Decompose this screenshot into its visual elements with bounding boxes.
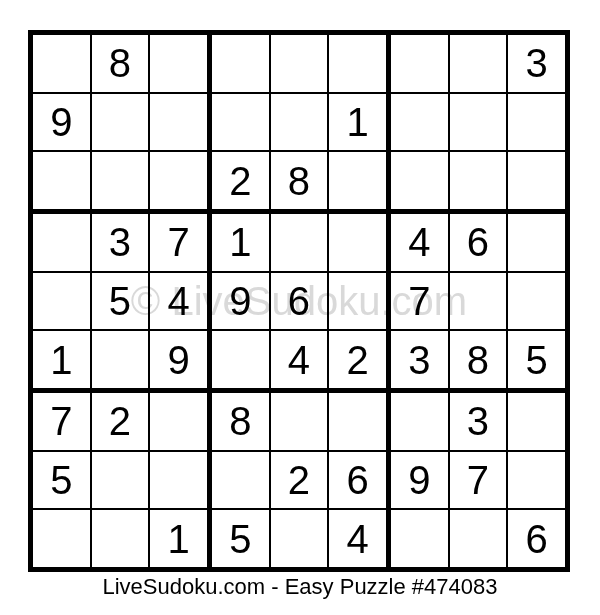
cell-r1c6[interactable] — [329, 35, 386, 92]
cell-r8c9[interactable] — [508, 452, 565, 509]
cell-r1c1[interactable] — [33, 35, 90, 92]
cell-r6c8[interactable]: 8 — [450, 331, 507, 388]
cell-r2c4[interactable] — [212, 94, 269, 151]
cell-r1c3[interactable] — [150, 35, 207, 92]
cell-r9c3[interactable]: 1 — [150, 510, 207, 567]
cell-r9c8[interactable] — [450, 510, 507, 567]
cell-r8c4[interactable] — [212, 452, 269, 509]
cell-r5c9[interactable] — [508, 273, 565, 330]
cell-r3c4[interactable]: 2 — [212, 152, 269, 209]
cell-r9c5[interactable] — [271, 510, 328, 567]
cell-r8c5[interactable]: 2 — [271, 452, 328, 509]
box-2-3: 467385 — [391, 214, 565, 388]
cell-r7c4[interactable]: 8 — [212, 393, 269, 450]
cell-r3c9[interactable] — [508, 152, 565, 209]
cell-r9c1[interactable] — [33, 510, 90, 567]
cell-r7c6[interactable] — [329, 393, 386, 450]
sudoku-board: © LiveSudoku.com 89128337541919642467385… — [28, 30, 570, 572]
box-1-2: 128 — [212, 35, 386, 209]
cell-r3c5[interactable]: 8 — [271, 152, 328, 209]
cell-r3c3[interactable] — [150, 152, 207, 209]
caption: LiveSudoku.com - Easy Puzzle #474083 — [0, 574, 600, 600]
cell-r5c3[interactable]: 4 — [150, 273, 207, 330]
cell-r8c7[interactable]: 9 — [391, 452, 448, 509]
box-3-1: 7251 — [33, 393, 207, 567]
cell-r2c2[interactable] — [92, 94, 149, 151]
cell-r4c2[interactable]: 3 — [92, 214, 149, 271]
cell-r9c9[interactable]: 6 — [508, 510, 565, 567]
cell-r2c5[interactable] — [271, 94, 328, 151]
cell-r1c5[interactable] — [271, 35, 328, 92]
cell-r4c9[interactable] — [508, 214, 565, 271]
cell-r5c1[interactable] — [33, 273, 90, 330]
cell-r3c2[interactable] — [92, 152, 149, 209]
cell-r8c2[interactable] — [92, 452, 149, 509]
box-2-1: 375419 — [33, 214, 207, 388]
cell-r5c6[interactable] — [329, 273, 386, 330]
cell-r3c6[interactable] — [329, 152, 386, 209]
cell-r1c8[interactable] — [450, 35, 507, 92]
cell-r8c1[interactable]: 5 — [33, 452, 90, 509]
cell-r7c9[interactable] — [508, 393, 565, 450]
cell-r7c8[interactable]: 3 — [450, 393, 507, 450]
cell-r1c4[interactable] — [212, 35, 269, 92]
cell-r8c6[interactable]: 6 — [329, 452, 386, 509]
cell-r4c8[interactable]: 6 — [450, 214, 507, 271]
cell-r5c8[interactable] — [450, 273, 507, 330]
cell-r8c3[interactable] — [150, 452, 207, 509]
cell-r4c3[interactable]: 7 — [150, 214, 207, 271]
cell-r6c6[interactable]: 2 — [329, 331, 386, 388]
cell-r7c3[interactable] — [150, 393, 207, 450]
cell-r3c8[interactable] — [450, 152, 507, 209]
cell-r4c5[interactable] — [271, 214, 328, 271]
cell-r2c3[interactable] — [150, 94, 207, 151]
cell-r6c5[interactable]: 4 — [271, 331, 328, 388]
cell-r9c4[interactable]: 5 — [212, 510, 269, 567]
cell-r1c7[interactable] — [391, 35, 448, 92]
cell-r7c1[interactable]: 7 — [33, 393, 90, 450]
cell-r5c7[interactable]: 7 — [391, 273, 448, 330]
cell-r2c6[interactable]: 1 — [329, 94, 386, 151]
box-1-1: 89 — [33, 35, 207, 209]
cell-r1c9[interactable]: 3 — [508, 35, 565, 92]
cell-r3c1[interactable] — [33, 152, 90, 209]
cell-r4c4[interactable]: 1 — [212, 214, 269, 271]
cell-r6c4[interactable] — [212, 331, 269, 388]
box-2-2: 19642 — [212, 214, 386, 388]
cell-r6c7[interactable]: 3 — [391, 331, 448, 388]
cell-r4c7[interactable]: 4 — [391, 214, 448, 271]
cell-r3c7[interactable] — [391, 152, 448, 209]
cell-r2c8[interactable] — [450, 94, 507, 151]
cell-r9c7[interactable] — [391, 510, 448, 567]
cell-r6c2[interactable] — [92, 331, 149, 388]
box-3-2: 82654 — [212, 393, 386, 567]
cell-r5c4[interactable]: 9 — [212, 273, 269, 330]
cell-r4c6[interactable] — [329, 214, 386, 271]
cell-r1c2[interactable]: 8 — [92, 35, 149, 92]
cell-r5c5[interactable]: 6 — [271, 273, 328, 330]
cell-r6c1[interactable]: 1 — [33, 331, 90, 388]
cell-r6c9[interactable]: 5 — [508, 331, 565, 388]
cell-r9c2[interactable] — [92, 510, 149, 567]
box-3-3: 3976 — [391, 393, 565, 567]
cell-r2c1[interactable]: 9 — [33, 94, 90, 151]
cell-r8c8[interactable]: 7 — [450, 452, 507, 509]
box-1-3: 3 — [391, 35, 565, 209]
cell-r2c7[interactable] — [391, 94, 448, 151]
cell-r6c3[interactable]: 9 — [150, 331, 207, 388]
cell-r7c5[interactable] — [271, 393, 328, 450]
cell-r9c6[interactable]: 4 — [329, 510, 386, 567]
cell-r7c2[interactable]: 2 — [92, 393, 149, 450]
cell-r7c7[interactable] — [391, 393, 448, 450]
cell-r5c2[interactable]: 5 — [92, 273, 149, 330]
cell-r4c1[interactable] — [33, 214, 90, 271]
cell-r2c9[interactable] — [508, 94, 565, 151]
